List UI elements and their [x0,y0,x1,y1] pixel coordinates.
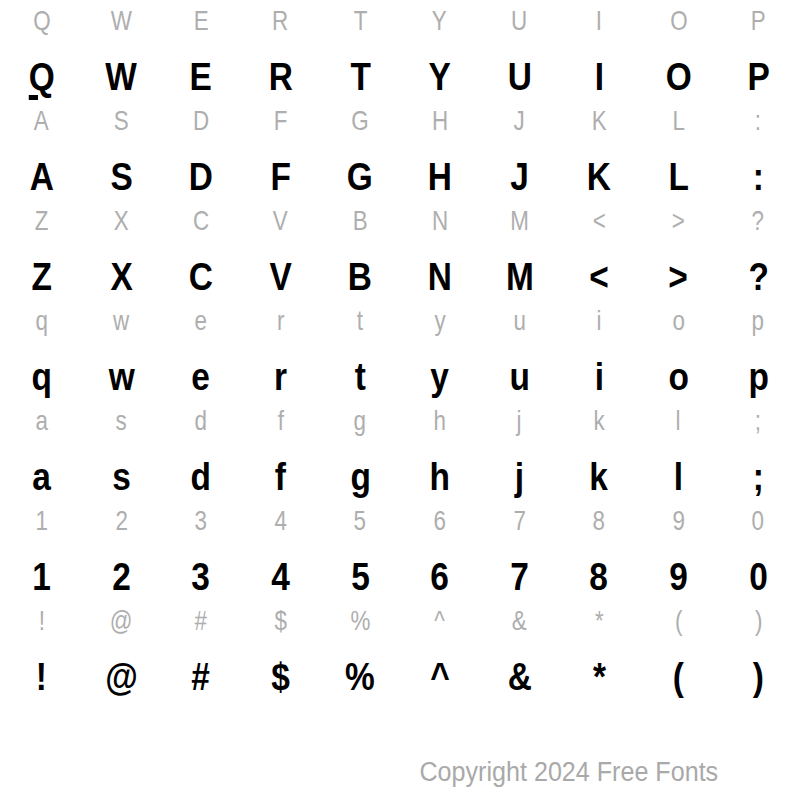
char-label: 0 [752,505,764,537]
char-glyph: U [507,56,531,99]
char-glyph: 4 [271,556,290,599]
char-glyph: $ [271,656,290,699]
char-label: L [672,105,684,137]
char-label: 9 [672,505,684,537]
char-label: R [272,5,288,37]
char-glyph: * [592,656,605,699]
char-label: N [432,205,448,237]
char-glyph: G [347,156,373,199]
char-label: I [596,5,602,37]
char-glyph: D [189,156,213,199]
char-glyph: < [589,256,609,299]
char-label: s [116,405,127,437]
char-label: < [592,205,605,237]
char-glyph: Z [32,256,52,299]
char-glyph: E [190,56,212,99]
char-glyph: @ [105,656,138,699]
char-label: h [434,405,446,437]
char-glyph: l [674,456,683,499]
char-glyph: S [110,156,132,199]
char-label: o [672,305,684,337]
char-glyph: P [747,56,769,99]
char-label: > [672,205,685,237]
char-label: q [36,305,48,337]
char-label: 2 [115,505,127,537]
char-glyph: ? [748,256,768,299]
character-grid: QWERTYUIOPQWERTYUIOPASDFGHJKL:ASDFGHJKL:… [2,0,798,700]
char-glyph: 7 [510,556,529,599]
char-label: ! [39,605,45,637]
char-glyph: Q [29,56,55,99]
char-label: M [510,205,529,237]
char-label: : [755,105,761,137]
char-label: D [193,105,209,137]
char-glyph: % [345,656,375,699]
char-label: X [114,205,129,237]
char-label: t [357,305,363,337]
char-glyph: K [587,156,611,199]
char-label: ^ [435,605,446,637]
char-label: H [432,105,448,137]
char-glyph: Y [429,56,451,99]
char-glyph-row: asdfghjkl; [2,441,798,500]
char-label: Z [35,205,49,237]
char-glyph-row: ZXCVBNM<>? [2,241,798,300]
char-glyph: j [515,456,524,499]
char-glyph: 5 [351,556,370,599]
char-label: 7 [513,505,525,537]
char-label: j [517,405,522,437]
char-glyph: A [30,156,54,199]
char-glyph: 2 [112,556,131,599]
char-label: 3 [195,505,207,537]
char-glyph: i [594,356,603,399]
char-label: ( [675,605,682,637]
char-glyph: M [505,256,533,299]
char-label-row: QWERTYUIOP [2,0,798,41]
char-label: W [111,5,132,37]
char-label: d [195,405,207,437]
char-glyph: 0 [749,556,768,599]
char-glyph: W [106,56,138,99]
char-glyph: y [430,356,449,399]
char-label: 1 [36,505,48,537]
char-glyph: C [189,256,213,299]
char-label: i [596,305,601,337]
char-glyph-row: QWERTYUIOP [2,41,798,100]
char-label: 8 [593,505,605,537]
char-glyph: a [32,456,51,499]
char-glyph: k [590,456,609,499]
char-label: S [114,105,129,137]
char-label: y [434,305,445,337]
char-glyph: r [274,356,287,399]
char-glyph: 1 [32,556,51,599]
char-glyph: ! [36,656,47,699]
char-label: w [113,305,129,337]
char-glyph: ; [753,456,764,499]
char-label: 6 [434,505,446,537]
char-label: T [353,5,367,37]
char-label: @ [110,605,133,637]
char-label: g [354,405,366,437]
char-glyph: s [112,456,131,499]
char-glyph: V [269,256,291,299]
char-label: # [195,605,207,637]
char-glyph: ) [753,656,764,699]
char-glyph: w [108,356,134,399]
char-label: $ [274,605,286,637]
char-glyph: N [428,256,452,299]
char-glyph-row: ASDFGHJKL: [2,141,798,200]
char-glyph: B [348,256,372,299]
char-label-row: qwertyuiop [2,300,798,341]
char-glyph: L [668,156,688,199]
char-label: O [670,5,687,37]
char-glyph: o [668,356,688,399]
char-glyph: O [666,56,692,99]
char-label: r [277,305,284,337]
char-label-row: !@#$%^&*() [2,600,798,641]
char-glyph: u [509,356,529,399]
char-label: p [752,305,764,337]
char-glyph: g [350,456,370,499]
char-glyph: > [669,256,689,299]
char-glyph: 6 [430,556,449,599]
char-label: e [195,305,207,337]
char-label: F [274,105,288,137]
char-label-row: ZXCVBNM<>? [2,200,798,241]
char-glyph: X [110,256,132,299]
char-label: % [350,605,370,637]
char-glyph: 8 [590,556,609,599]
char-glyph: I [594,56,603,99]
copyright-text: Copyright 2024 Free Fonts [419,757,718,788]
char-label: l [676,405,681,437]
char-glyph: 9 [669,556,688,599]
char-glyph: : [753,156,764,199]
char-label: k [593,405,604,437]
char-glyph-row: qwertyuiop [2,341,798,400]
char-label: U [511,5,527,37]
char-glyph: p [748,356,768,399]
char-glyph: e [192,356,211,399]
char-label: & [512,605,527,637]
char-glyph: t [355,356,366,399]
char-label: K [592,105,607,137]
char-glyph: # [192,656,211,699]
char-label: u [513,305,525,337]
char-label-row: 1234567890 [2,500,798,541]
char-glyph: 3 [192,556,211,599]
char-label: V [273,205,288,237]
char-glyph-row: 1234567890 [2,541,798,600]
char-label: Q [33,5,50,37]
char-glyph: ( [673,656,684,699]
char-label: f [277,405,283,437]
char-glyph: ^ [430,656,450,699]
char-glyph: & [507,656,531,699]
char-label: * [595,605,604,637]
char-label-row: ASDFGHJKL: [2,100,798,141]
char-label: C [193,205,209,237]
char-label: Y [432,5,447,37]
char-label: a [36,405,48,437]
char-label-row: asdfghjkl; [2,400,798,441]
char-glyph: q [32,356,52,399]
char-glyph: R [269,56,293,99]
character-map-sheet: QWERTYUIOPQWERTYUIOPASDFGHJKL:ASDFGHJKL:… [0,0,800,800]
char-label: ? [752,205,764,237]
char-label: E [194,5,209,37]
char-label: ; [755,405,761,437]
char-glyph: f [275,456,286,499]
char-label: 4 [274,505,286,537]
char-glyph: F [270,156,290,199]
char-label: G [351,105,368,137]
char-label: 5 [354,505,366,537]
char-glyph: J [510,156,529,199]
char-glyph: H [428,156,452,199]
char-label: P [751,5,766,37]
char-glyph-row: !@#$%^&*() [2,641,798,700]
char-glyph: d [191,456,211,499]
char-label: B [353,205,368,237]
char-label: J [514,105,525,137]
char-label: ) [754,605,761,637]
char-glyph: h [430,456,450,499]
char-glyph: T [350,56,370,99]
char-label: A [34,105,49,137]
